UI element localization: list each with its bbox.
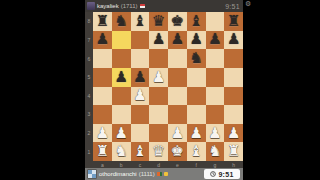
- square-g4[interactable]: [206, 87, 225, 106]
- square-d2[interactable]: [149, 124, 168, 143]
- player-name[interactable]: othordimanchi: [99, 171, 137, 177]
- square-b3[interactable]: [112, 105, 131, 124]
- square-d1[interactable]: ♛: [149, 142, 168, 161]
- piece-white-pawn-g2[interactable]: ♟: [208, 125, 221, 140]
- square-h4[interactable]: [224, 87, 243, 106]
- opponent-clock: 9:51: [225, 3, 240, 10]
- square-f1[interactable]: ♝: [187, 142, 206, 161]
- file-label-g: g: [206, 161, 225, 168]
- square-c5[interactable]: ♟: [131, 68, 150, 87]
- video-frame: kayaliek (1711) 9:51 87654321 ♜♞♝♛♚♝♜♟♟♟…: [0, 0, 320, 180]
- piece-black-queen-d8[interactable]: ♛: [152, 13, 165, 28]
- file-label-a: a: [93, 161, 112, 168]
- piece-black-pawn-g7[interactable]: ♟: [208, 32, 221, 47]
- rank-label-1: 1: [85, 142, 93, 161]
- square-f4[interactable]: [187, 87, 206, 106]
- rank-label-5: 5: [85, 68, 93, 87]
- piece-black-pawn-a7[interactable]: ♟: [96, 32, 109, 47]
- piece-white-pawn-f2[interactable]: ♟: [189, 125, 202, 140]
- square-h5[interactable]: [224, 68, 243, 87]
- square-a1[interactable]: ♜: [93, 142, 112, 161]
- square-b8[interactable]: ♞: [112, 12, 131, 31]
- square-a4[interactable]: [93, 87, 112, 106]
- piece-white-pawn-d5[interactable]: ♟: [152, 69, 165, 84]
- square-b5[interactable]: ♟: [112, 68, 131, 87]
- square-b7[interactable]: [112, 31, 131, 50]
- piece-white-pawn-h2[interactable]: ♟: [227, 125, 240, 140]
- file-coordinates: abcdefgh: [85, 161, 243, 168]
- square-g7[interactable]: ♟: [206, 31, 225, 50]
- piece-white-bishop-c1[interactable]: ♝: [133, 144, 146, 159]
- square-e8[interactable]: ♚: [168, 12, 187, 31]
- square-c4[interactable]: ♟: [131, 87, 150, 106]
- badge-icon: [164, 172, 168, 176]
- file-label-d: d: [149, 161, 168, 168]
- piece-white-pawn-c4[interactable]: ♟: [133, 88, 146, 103]
- square-c2[interactable]: [131, 124, 150, 143]
- bottom-player-bar: othordimanchi (1111) 9:51: [85, 168, 243, 180]
- rank-label-7: 7: [85, 31, 93, 50]
- piece-white-knight-g1[interactable]: ♞: [208, 144, 221, 159]
- piece-black-knight-b8[interactable]: ♞: [114, 13, 127, 28]
- piece-black-rook-a8[interactable]: ♜: [96, 13, 109, 28]
- square-f8[interactable]: ♝: [187, 12, 206, 31]
- square-h7[interactable]: ♟: [224, 31, 243, 50]
- square-c6[interactable]: [131, 49, 150, 68]
- avatar[interactable]: [87, 169, 97, 179]
- square-a7[interactable]: ♟: [93, 31, 112, 50]
- square-a6[interactable]: [93, 49, 112, 68]
- rank-label-2: 2: [85, 124, 93, 143]
- player-name[interactable]: kayaliek: [97, 3, 119, 9]
- piece-black-king-e8[interactable]: ♚: [171, 13, 184, 28]
- square-c1[interactable]: ♝: [131, 142, 150, 161]
- file-label-e: e: [168, 161, 187, 168]
- piece-white-rook-a1[interactable]: ♜: [96, 144, 109, 159]
- flag-icon: [140, 4, 145, 8]
- square-g3[interactable]: [206, 105, 225, 124]
- square-d4[interactable]: [149, 87, 168, 106]
- board-area: 87654321 ♜♞♝♛♚♝♜♟♟♟♟♟♟♞♟♟♟♟♟♟♟♟♟♟♜♞♝♛♚♝♞…: [85, 12, 243, 161]
- square-f2[interactable]: ♟: [187, 124, 206, 143]
- player-rating: (1111): [139, 171, 155, 177]
- piece-black-knight-f6[interactable]: ♞: [189, 51, 202, 66]
- square-f7[interactable]: ♟: [187, 31, 206, 50]
- file-label-c: c: [131, 161, 150, 168]
- rank-label-8: 8: [85, 12, 93, 31]
- clock-time: 9:51: [218, 171, 233, 178]
- square-g1[interactable]: ♞: [206, 142, 225, 161]
- rank-label-3: 3: [85, 105, 93, 124]
- chess-app: kayaliek (1711) 9:51 87654321 ♜♞♝♛♚♝♜♟♟♟…: [85, 0, 243, 180]
- square-a3[interactable]: [93, 105, 112, 124]
- chess-board[interactable]: ♜♞♝♛♚♝♜♟♟♟♟♟♟♞♟♟♟♟♟♟♟♟♟♟♜♞♝♛♚♝♞♜: [93, 12, 243, 161]
- rank-coordinates: 87654321: [85, 12, 93, 161]
- square-h1[interactable]: ♜: [224, 142, 243, 161]
- square-d3[interactable]: [149, 105, 168, 124]
- square-b1[interactable]: ♞: [112, 142, 131, 161]
- square-c7[interactable]: [131, 31, 150, 50]
- gutter-corner: [85, 161, 93, 168]
- square-e5[interactable]: [168, 68, 187, 87]
- player-clock: 9:51: [204, 169, 240, 179]
- square-b6[interactable]: [112, 49, 131, 68]
- square-c3[interactable]: [131, 105, 150, 124]
- square-h8[interactable]: ♜: [224, 12, 243, 31]
- letterbox-right: [243, 0, 320, 180]
- piece-white-king-e1[interactable]: ♚: [171, 144, 184, 159]
- square-h2[interactable]: ♟: [224, 124, 243, 143]
- piece-black-pawn-f7[interactable]: ♟: [189, 32, 202, 47]
- square-h6[interactable]: [224, 49, 243, 68]
- letterbox-left: [0, 0, 85, 180]
- piece-black-rook-h8[interactable]: ♜: [227, 13, 240, 28]
- square-f5[interactable]: [187, 68, 206, 87]
- square-e4[interactable]: [168, 87, 187, 106]
- square-a2[interactable]: ♟: [93, 124, 112, 143]
- piece-black-pawn-b5[interactable]: ♟: [114, 69, 127, 84]
- piece-black-pawn-e7[interactable]: ♟: [171, 32, 184, 47]
- piece-black-pawn-h7[interactable]: ♟: [227, 32, 240, 47]
- square-a5[interactable]: [93, 68, 112, 87]
- square-e3[interactable]: [168, 105, 187, 124]
- top-player-bar: kayaliek (1711) 9:51: [85, 0, 243, 12]
- file-labels: abcdefgh: [93, 161, 243, 168]
- square-g5[interactable]: [206, 68, 225, 87]
- square-d8[interactable]: ♛: [149, 12, 168, 31]
- square-e7[interactable]: ♟: [168, 31, 187, 50]
- square-a8[interactable]: ♜: [93, 12, 112, 31]
- file-label-b: b: [112, 161, 131, 168]
- avatar[interactable]: [87, 2, 95, 10]
- square-f3[interactable]: [187, 105, 206, 124]
- square-e2[interactable]: ♟: [168, 124, 187, 143]
- flag-icon: [157, 172, 162, 176]
- piece-white-queen-d1[interactable]: ♛: [152, 144, 165, 159]
- piece-white-rook-h1[interactable]: ♜: [227, 144, 240, 159]
- rank-label-4: 4: [85, 87, 93, 106]
- piece-black-pawn-c5[interactable]: ♟: [133, 69, 146, 84]
- square-g8[interactable]: [206, 12, 225, 31]
- square-b4[interactable]: [112, 87, 131, 106]
- piece-white-pawn-b2[interactable]: ♟: [114, 125, 127, 140]
- square-e1[interactable]: ♚: [168, 142, 187, 161]
- piece-black-bishop-c8[interactable]: ♝: [133, 13, 146, 28]
- square-c8[interactable]: ♝: [131, 12, 150, 31]
- piece-black-pawn-d7[interactable]: ♟: [152, 32, 165, 47]
- square-h3[interactable]: [224, 105, 243, 124]
- square-d7[interactable]: ♟: [149, 31, 168, 50]
- square-d5[interactable]: ♟: [149, 68, 168, 87]
- square-g2[interactable]: ♟: [206, 124, 225, 143]
- player-rating: (1711): [121, 3, 138, 9]
- square-g6[interactable]: [206, 49, 225, 68]
- rank-label-6: 6: [85, 49, 93, 68]
- piece-white-bishop-f1[interactable]: ♝: [189, 144, 202, 159]
- clock-icon: [210, 171, 216, 177]
- file-label-f: f: [187, 161, 206, 168]
- gear-icon[interactable]: ⚙: [245, 0, 251, 8]
- square-d6[interactable]: [149, 49, 168, 68]
- file-label-h: h: [224, 161, 243, 168]
- piece-white-pawn-a2[interactable]: ♟: [96, 125, 109, 140]
- piece-white-knight-b1[interactable]: ♞: [114, 144, 127, 159]
- square-f6[interactable]: ♞: [187, 49, 206, 68]
- square-b2[interactable]: ♟: [112, 124, 131, 143]
- piece-white-pawn-e2[interactable]: ♟: [171, 125, 184, 140]
- square-e6[interactable]: [168, 49, 187, 68]
- piece-black-bishop-f8[interactable]: ♝: [189, 13, 202, 28]
